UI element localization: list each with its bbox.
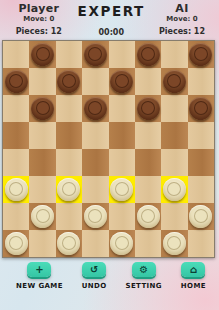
board-cell-r1c1[interactable]: [29, 68, 55, 95]
board-cell-r2c0[interactable]: [3, 95, 29, 122]
plus-icon: +: [35, 265, 43, 275]
dark-piece[interactable]: [57, 70, 80, 93]
board-cell-r5c2[interactable]: [56, 176, 82, 203]
light-piece[interactable]: [57, 178, 80, 201]
board-cell-r0c1[interactable]: [29, 41, 55, 68]
board-cell-r4c2[interactable]: [56, 149, 82, 176]
undo-arrow-icon: ↺: [90, 265, 98, 275]
board-cell-r6c5[interactable]: [135, 203, 161, 230]
dark-piece[interactable]: [31, 97, 54, 120]
board-cell-r3c5[interactable]: [135, 122, 161, 149]
board-cell-r7c3[interactable]: [82, 230, 108, 257]
dark-piece[interactable]: [110, 70, 133, 93]
board-cell-r5c5[interactable]: [135, 176, 161, 203]
board-cell-r2c7[interactable]: [188, 95, 214, 122]
dark-piece[interactable]: [163, 70, 186, 93]
board-cell-r4c3[interactable]: [82, 149, 108, 176]
light-piece[interactable]: [189, 205, 212, 228]
dark-piece[interactable]: [137, 43, 160, 66]
board-cell-r7c6[interactable]: [161, 230, 187, 257]
light-piece[interactable]: [163, 232, 186, 255]
board-cell-r5c3[interactable]: [82, 176, 108, 203]
board-cell-r2c2[interactable]: [56, 95, 82, 122]
undo-label: UNDO: [82, 282, 107, 290]
home-label: HOME: [181, 282, 206, 290]
board-cell-r7c0[interactable]: [3, 230, 29, 257]
light-piece[interactable]: [110, 232, 133, 255]
setting-button[interactable]: ⚙: [132, 262, 156, 277]
board-cell-r5c4[interactable]: [109, 176, 135, 203]
board-cell-r7c2[interactable]: [56, 230, 82, 257]
light-piece[interactable]: [5, 232, 28, 255]
board-cell-r7c7[interactable]: [188, 230, 214, 257]
board-cell-r0c2[interactable]: [56, 41, 82, 68]
ai-name: AI: [175, 3, 188, 15]
board-cell-r3c6[interactable]: [161, 122, 187, 149]
light-piece[interactable]: [57, 232, 80, 255]
board-cell-r3c1[interactable]: [29, 122, 55, 149]
undo-button[interactable]: ↺: [82, 262, 106, 277]
board-cell-r4c5[interactable]: [135, 149, 161, 176]
dark-piece[interactable]: [189, 43, 212, 66]
board-cell-r3c7[interactable]: [188, 122, 214, 149]
board-cell-r4c1[interactable]: [29, 149, 55, 176]
board-cell-r1c6[interactable]: [161, 68, 187, 95]
board-cell-r1c2[interactable]: [56, 68, 82, 95]
gear-icon: ⚙: [139, 265, 148, 275]
board-cell-r4c7[interactable]: [188, 149, 214, 176]
board-cell-r1c7[interactable]: [188, 68, 214, 95]
board-cell-r6c1[interactable]: [29, 203, 55, 230]
board-cell-r2c4[interactable]: [109, 95, 135, 122]
ai-status: AI Move: 0 Pieces: 12: [145, 0, 219, 40]
board-cell-r2c3[interactable]: [82, 95, 108, 122]
board-cell-r5c6[interactable]: [161, 176, 187, 203]
player-move-count: Move: 0: [23, 15, 54, 23]
home-button[interactable]: ⌂: [181, 262, 205, 277]
board-cell-r4c4[interactable]: [109, 149, 135, 176]
board-cell-r0c3[interactable]: [82, 41, 108, 68]
board-cell-r2c1[interactable]: [29, 95, 55, 122]
board-cell-r6c4[interactable]: [109, 203, 135, 230]
board-cell-r3c4[interactable]: [109, 122, 135, 149]
light-piece[interactable]: [110, 178, 133, 201]
board-cell-r0c7[interactable]: [188, 41, 214, 68]
board-cell-r4c0[interactable]: [3, 149, 29, 176]
board-cell-r1c0[interactable]: [3, 68, 29, 95]
dark-piece[interactable]: [5, 70, 28, 93]
board-cell-r6c3[interactable]: [82, 203, 108, 230]
home-icon: ⌂: [190, 265, 197, 275]
board-cell-r0c0[interactable]: [3, 41, 29, 68]
light-piece[interactable]: [84, 205, 107, 228]
board-cell-r1c5[interactable]: [135, 68, 161, 95]
board-cell-r5c7[interactable]: [188, 176, 214, 203]
board-cell-r6c0[interactable]: [3, 203, 29, 230]
toolbar: +NEW GAME↺UNDO⚙SETTING⌂HOME: [0, 262, 219, 290]
board-cell-r7c5[interactable]: [135, 230, 161, 257]
dark-piece[interactable]: [31, 43, 54, 66]
board-cell-r0c4[interactable]: [109, 41, 135, 68]
board-cell-r2c5[interactable]: [135, 95, 161, 122]
game-timer: 00:00: [99, 28, 124, 37]
checkers-app-screen: Player Move: 0 Pieces: 12 EXPERT 00:00 A…: [0, 0, 219, 310]
dark-piece[interactable]: [84, 43, 107, 66]
ai-move-count: Move: 0: [166, 15, 197, 23]
board-cell-r5c1[interactable]: [29, 176, 55, 203]
light-piece[interactable]: [31, 205, 54, 228]
board-cell-r5c0[interactable]: [3, 176, 29, 203]
ai-pieces-count: Pieces: 12: [159, 27, 205, 36]
checkers-board[interactable]: [2, 40, 215, 258]
dark-piece[interactable]: [137, 97, 160, 120]
toolbar-item-new-game[interactable]: +NEW GAME: [16, 262, 63, 290]
toolbar-item-undo[interactable]: ↺UNDO: [82, 262, 107, 290]
setting-label: SETTING: [125, 282, 162, 290]
light-piece[interactable]: [5, 178, 28, 201]
new-game-button[interactable]: +: [27, 262, 51, 277]
dark-piece[interactable]: [189, 97, 212, 120]
board-cell-r0c6[interactable]: [161, 41, 187, 68]
board-cell-r6c2[interactable]: [56, 203, 82, 230]
board-cell-r1c3[interactable]: [82, 68, 108, 95]
board-cell-r7c1[interactable]: [29, 230, 55, 257]
board-cell-r7c4[interactable]: [109, 230, 135, 257]
new-game-label: NEW GAME: [16, 282, 63, 290]
center-status: EXPERT 00:00: [78, 0, 145, 40]
difficulty-label: EXPERT: [78, 4, 145, 19]
light-piece[interactable]: [163, 178, 186, 201]
player-status: Player Move: 0 Pieces: 12: [0, 0, 78, 40]
board-cell-r3c2[interactable]: [56, 122, 82, 149]
board-cell-r1c4[interactable]: [109, 68, 135, 95]
toolbar-item-setting[interactable]: ⚙SETTING: [125, 262, 162, 290]
board-cell-r4c6[interactable]: [161, 149, 187, 176]
board-cell-r3c0[interactable]: [3, 122, 29, 149]
board-cell-r3c3[interactable]: [82, 122, 108, 149]
player-name: Player: [18, 3, 59, 15]
status-header: Player Move: 0 Pieces: 12 EXPERT 00:00 A…: [0, 0, 219, 40]
player-pieces-count: Pieces: 12: [16, 27, 62, 36]
dark-piece[interactable]: [84, 97, 107, 120]
board-cell-r6c7[interactable]: [188, 203, 214, 230]
light-piece[interactable]: [137, 205, 160, 228]
toolbar-item-home[interactable]: ⌂HOME: [181, 262, 206, 290]
board-cell-r0c5[interactable]: [135, 41, 161, 68]
board-cell-r6c6[interactable]: [161, 203, 187, 230]
board-cell-r2c6[interactable]: [161, 95, 187, 122]
